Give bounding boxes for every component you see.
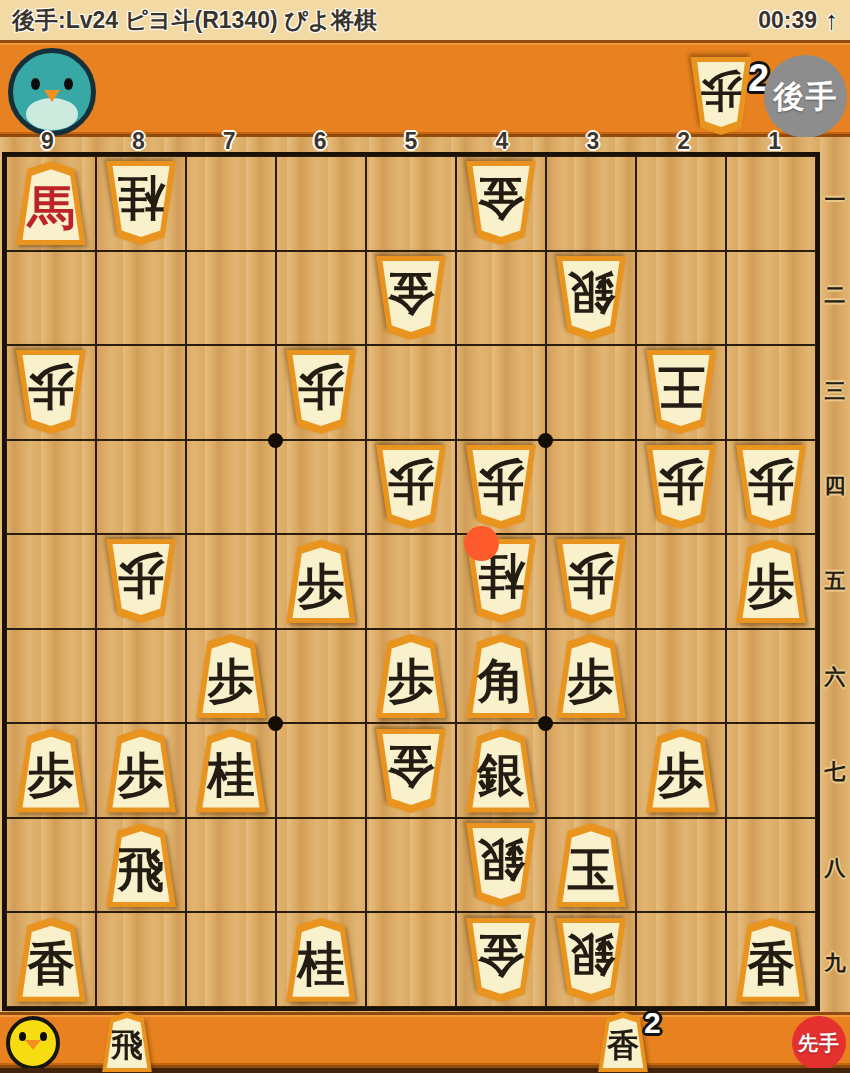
square-7五[interactable] [186,534,276,629]
square-5八[interactable] [366,818,456,913]
square-1二[interactable] [726,251,816,346]
square-7一[interactable] [186,156,276,251]
star-point [538,433,553,448]
square-1三[interactable] [726,345,816,440]
piece-glyph: 香 [596,1012,650,1072]
gote-hand-tray: 歩 2 後手 [0,40,850,137]
square-4三[interactable] [456,345,546,440]
piece-kin-gote[interactable]: 金 [373,729,449,813]
square-2二[interactable] [636,251,726,346]
square-8五[interactable]: 歩 [96,534,186,629]
square-8一[interactable]: 桂 [96,156,186,251]
square-9二[interactable] [6,251,96,346]
file-label-4: 4 [456,128,547,154]
square-8七[interactable]: 歩 [96,723,186,818]
square-6九[interactable]: 桂 [276,912,366,1007]
square-4五[interactable]: 桂 [456,534,546,629]
hand-piece-kyosha-sente[interactable]: 香 [596,1012,650,1072]
piece-fu-sente[interactable]: 歩 [283,539,359,623]
square-8九[interactable] [96,912,186,1007]
square-4七[interactable]: 銀 [456,723,546,818]
square-4二[interactable] [456,251,546,346]
board-grid: 馬桂金金銀歩歩王歩歩歩歩歩歩桂歩歩歩歩角歩歩歩桂金銀歩飛銀玉香桂金銀香 [2,152,820,1011]
piece-fu-sente[interactable]: 歩 [643,729,719,813]
sente-hand-tray: 飛 香 2 先手 [0,1012,850,1068]
gote-hand-pawn[interactable]: 歩 2 [688,57,769,135]
rank-label-八: 八 [822,820,848,915]
piece-fu-sente[interactable]: 歩 [733,539,809,623]
file-label-7: 7 [184,128,275,154]
piece-fu-gote[interactable]: 歩 [373,445,449,529]
square-5二[interactable]: 金 [366,251,456,346]
piece-gin-gote[interactable]: 銀 [553,256,629,340]
bird-eye-left [31,78,40,90]
opponent-info: 後手:Lv24 ピヨ斗(R1340) ぴよ将棋 [12,5,377,36]
piece-fu-gote[interactable]: 歩 [103,539,179,623]
sente-avatar[interactable] [6,1016,60,1070]
square-8六[interactable] [96,629,186,724]
piece-uma-sente[interactable]: 馬 [13,161,89,245]
file-label-9: 9 [2,128,93,154]
square-6二[interactable] [276,251,366,346]
piece-gin-gote[interactable]: 銀 [553,918,629,1002]
rank-label-一: 一 [822,152,848,247]
square-9一[interactable]: 馬 [6,156,96,251]
rank-label-三: 三 [822,343,848,438]
square-1五[interactable]: 歩 [726,534,816,629]
piece-fu-sente[interactable]: 歩 [103,729,179,813]
square-5一[interactable] [366,156,456,251]
piece-kyosha-sente[interactable]: 香 [733,918,809,1002]
status-bar: 後手:Lv24 ピヨ斗(R1340) ぴよ将棋 00:39 ↑ [0,0,850,40]
square-3五[interactable]: 歩 [546,534,636,629]
rank-label-二: 二 [822,247,848,342]
square-2三[interactable]: 王 [636,345,726,440]
piyo-shogi-screen: 後手:Lv24 ピヨ斗(R1340) ぴよ将棋 00:39 ↑ 歩 2 後手 9… [0,0,850,1073]
square-3七[interactable] [546,723,636,818]
piece-fu-gote[interactable]: 歩 [463,445,539,529]
bird-eye-right [64,78,73,90]
move-timer: 00:39 [758,7,817,34]
square-8三[interactable] [96,345,186,440]
square-2一[interactable] [636,156,726,251]
rank-label-四: 四 [822,438,848,533]
bird-belly [26,98,79,130]
square-7七[interactable]: 桂 [186,723,276,818]
square-1八[interactable] [726,818,816,913]
square-5三[interactable] [366,345,456,440]
piece-ou-gote[interactable]: 王 [643,350,719,434]
piece-glyph: 飛 [100,1012,154,1072]
piece-kin-gote[interactable]: 金 [373,256,449,340]
square-9七[interactable]: 歩 [6,723,96,818]
rank-label-五: 五 [822,534,848,629]
square-1六[interactable] [726,629,816,724]
square-6六[interactable] [276,629,366,724]
piece-keima-sente[interactable]: 桂 [193,729,269,813]
piece-fu-sente[interactable]: 歩 [13,729,89,813]
square-2四[interactable]: 歩 [636,440,726,535]
gote-badge: 後手 [764,55,847,138]
piece-fu-sente[interactable]: 歩 [193,634,269,718]
piece-gin-sente[interactable]: 銀 [463,729,539,813]
rank-label-六: 六 [822,629,848,724]
piece-kyosha-sente[interactable]: 香 [13,918,89,1002]
piece-fu-sente[interactable]: 歩 [373,634,449,718]
square-1一[interactable] [726,156,816,251]
chick-beak [25,1040,41,1050]
square-3八[interactable]: 玉 [546,818,636,913]
square-2七[interactable]: 歩 [636,723,726,818]
square-6八[interactable] [276,818,366,913]
piece-fu-sente[interactable]: 歩 [553,634,629,718]
square-9九[interactable]: 香 [6,912,96,1007]
square-1七[interactable] [726,723,816,818]
square-7六[interactable]: 歩 [186,629,276,724]
square-8二[interactable] [96,251,186,346]
piece-fu-gote[interactable]: 歩 [733,445,809,529]
square-9三[interactable]: 歩 [6,345,96,440]
piece-gin-gote[interactable]: 銀 [463,823,539,907]
piece-keima-gote[interactable]: 桂 [103,161,179,245]
square-4四[interactable]: 歩 [456,440,546,535]
square-5九[interactable] [366,912,456,1007]
piece-glyph: 歩 [688,57,754,135]
square-9四[interactable] [6,440,96,535]
shogi-board: 987654321 一二三四五六七八九 馬桂金金銀歩歩王歩歩歩歩歩歩桂歩歩歩歩角… [0,137,850,1012]
sente-badge: 先手 [792,1016,846,1070]
square-2六[interactable] [636,629,726,724]
square-4六[interactable]: 角 [456,629,546,724]
gote-avatar[interactable] [8,48,96,136]
square-5七[interactable]: 金 [366,723,456,818]
piece-fu-gote[interactable]: 歩 [13,350,89,434]
square-5四[interactable]: 歩 [366,440,456,535]
square-4九[interactable]: 金 [456,912,546,1007]
hand-piece-hisha-sente[interactable]: 飛 [100,1012,154,1072]
square-7二[interactable] [186,251,276,346]
piece-keima-sente[interactable]: 桂 [283,918,359,1002]
square-5六[interactable]: 歩 [366,629,456,724]
square-9六[interactable] [6,629,96,724]
square-3一[interactable] [546,156,636,251]
square-6三[interactable]: 歩 [276,345,366,440]
square-3六[interactable]: 歩 [546,629,636,724]
rank-label-九: 九 [822,916,848,1011]
piece-fu-gote[interactable]: 歩 [553,539,629,623]
file-label-5: 5 [366,128,457,154]
square-4一[interactable]: 金 [456,156,546,251]
square-6五[interactable]: 歩 [276,534,366,629]
bird-beak [44,90,60,102]
hand-piece-fu-gote[interactable]: 歩 [688,57,754,135]
rank-label-七: 七 [822,725,848,820]
file-label-3: 3 [547,128,638,154]
sente-hand-lance[interactable]: 香 2 [596,1012,661,1072]
square-1四[interactable]: 歩 [726,440,816,535]
piece-kin-gote[interactable]: 金 [463,918,539,1002]
square-9五[interactable] [6,534,96,629]
square-7九[interactable] [186,912,276,1007]
square-3三[interactable] [546,345,636,440]
square-6七[interactable] [276,723,366,818]
star-point [268,716,283,731]
square-3二[interactable]: 銀 [546,251,636,346]
square-7四[interactable] [186,440,276,535]
square-8四[interactable] [96,440,186,535]
file-label-8: 8 [93,128,184,154]
star-point [268,433,283,448]
square-7三[interactable] [186,345,276,440]
file-label-6: 6 [275,128,366,154]
sente-hand-rook[interactable]: 飛 [100,1012,148,1072]
piece-kaku-sente[interactable]: 角 [463,634,539,718]
square-2九[interactable] [636,912,726,1007]
piece-fu-gote[interactable]: 歩 [283,350,359,434]
piece-kin-gote[interactable]: 金 [463,161,539,245]
square-6一[interactable] [276,156,366,251]
square-3九[interactable]: 銀 [546,912,636,1007]
piece-fu-gote[interactable]: 歩 [643,445,719,529]
square-4八[interactable]: 銀 [456,818,546,913]
square-5五[interactable] [366,534,456,629]
square-7八[interactable] [186,818,276,913]
last-move-marker [464,526,499,561]
square-8八[interactable]: 飛 [96,818,186,913]
square-6四[interactable] [276,440,366,535]
square-9八[interactable] [6,818,96,913]
square-3四[interactable] [546,440,636,535]
piece-gyoku-sente[interactable]: 玉 [553,823,629,907]
up-arrow-icon: ↑ [825,5,838,36]
star-point [538,716,553,731]
piece-hisha-sente[interactable]: 飛 [103,823,179,907]
square-2五[interactable] [636,534,726,629]
rank-labels: 一二三四五六七八九 [822,152,848,1011]
square-2八[interactable] [636,818,726,913]
square-1九[interactable]: 香 [726,912,816,1007]
